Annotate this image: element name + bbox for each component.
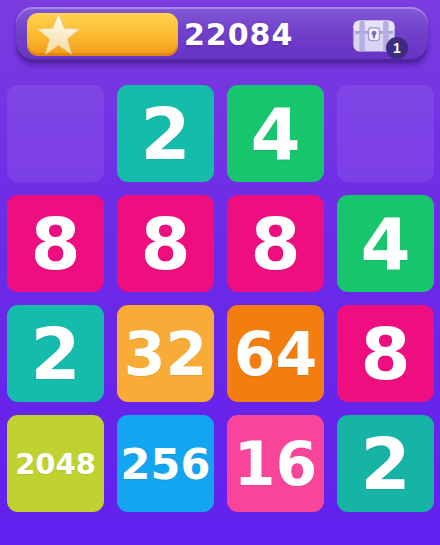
tile-8: 8 (117, 195, 214, 292)
tile-8: 8 (337, 305, 434, 402)
tile-32: 32 (117, 305, 214, 402)
tile-8: 8 (227, 195, 324, 292)
tile-2048: 2048 (7, 415, 104, 512)
tile-64: 64 (227, 305, 324, 402)
board-grid-2048[interactable]: 2488842326482048256162 (7, 85, 434, 512)
top-bar: 22084 1 (16, 7, 428, 63)
tile-2: 2 (7, 305, 104, 402)
treasure-chest-button[interactable]: 1 (352, 15, 404, 59)
tile-4: 4 (227, 85, 324, 182)
chest-count-badge: 1 (386, 37, 408, 59)
empty-cell (7, 85, 104, 182)
tile-16: 16 (227, 415, 324, 512)
empty-cell (337, 85, 434, 182)
tile-4: 4 (337, 195, 434, 292)
tile-8: 8 (7, 195, 104, 292)
tile-2: 2 (337, 415, 434, 512)
score-value: 22084 (184, 7, 293, 63)
star-icon (36, 12, 81, 57)
score-progress-bar (27, 13, 178, 56)
tile-256: 256 (117, 415, 214, 512)
tile-2: 2 (117, 85, 214, 182)
